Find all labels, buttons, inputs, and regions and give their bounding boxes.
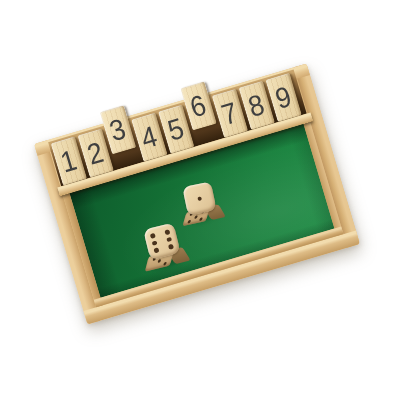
- tile-9-label: 9: [272, 81, 294, 113]
- die-1-front-pip: [194, 215, 198, 219]
- die-2-front-pip: [163, 261, 167, 265]
- tile-6-label: 6: [187, 90, 209, 122]
- tile-5-label: 5: [165, 113, 187, 145]
- die-2-top-pip: [149, 233, 155, 239]
- tile-4-label: 4: [138, 121, 160, 153]
- die-2-top-pip: [153, 248, 159, 254]
- tile-3-label: 3: [107, 114, 129, 146]
- die-1-top-pip: [197, 196, 202, 201]
- die-2-front-pip: [157, 259, 161, 263]
- die-2-top-pip: [166, 236, 172, 242]
- tile-8-label: 8: [246, 89, 268, 121]
- die-2-top-pip: [165, 229, 171, 235]
- tile-7-label: 7: [219, 97, 241, 129]
- die-1-front-pip: [187, 219, 191, 223]
- tile-2-label: 2: [84, 137, 106, 169]
- tile-1-label: 1: [58, 145, 80, 177]
- die-1-front-pip: [199, 217, 203, 221]
- die-2-top-pip: [168, 244, 174, 250]
- die-2-top-pip: [151, 240, 157, 246]
- scene: 123456789: [0, 0, 400, 400]
- die-1[interactable]: [182, 179, 227, 226]
